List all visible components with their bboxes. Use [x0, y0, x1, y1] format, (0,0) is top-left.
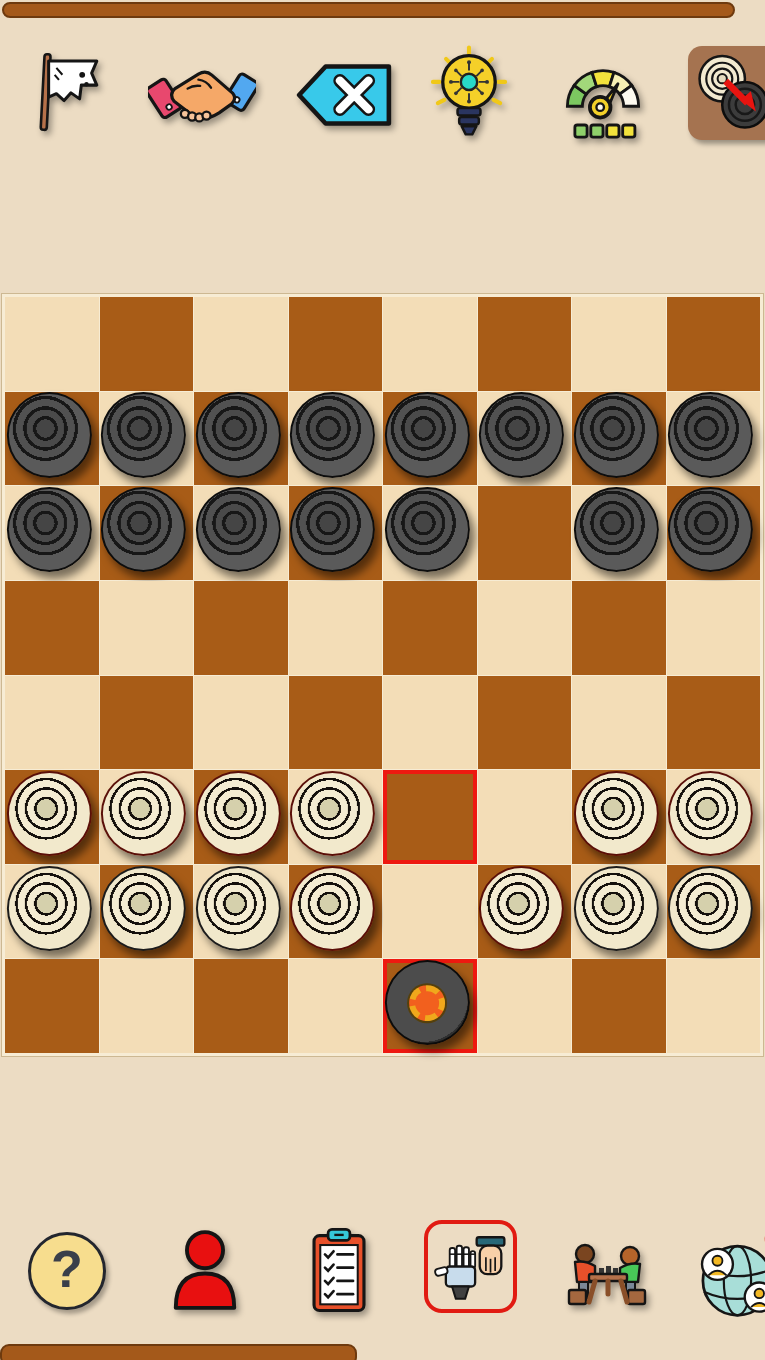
- square-r2c8[interactable]: [667, 392, 761, 486]
- square-r1c1[interactable]: [5, 297, 99, 391]
- robot-hand-vs-human-hand-icon: [428, 1224, 513, 1309]
- profile-button[interactable]: [162, 1226, 248, 1314]
- white-man[interactable]: [290, 771, 375, 856]
- square-r5c8[interactable]: [667, 676, 761, 770]
- square-r2c4[interactable]: [289, 392, 383, 486]
- local-two-player-button[interactable]: [556, 1232, 658, 1308]
- square-r8c5[interactable]: [383, 959, 477, 1053]
- white-man[interactable]: [7, 866, 92, 951]
- top-progress-bar: [2, 2, 735, 18]
- white-man[interactable]: [574, 771, 659, 856]
- square-r4c8[interactable]: [667, 581, 761, 675]
- handshake-icon: [148, 56, 256, 132]
- square-r4c7[interactable]: [572, 581, 666, 675]
- square-r8c6[interactable]: [478, 959, 572, 1053]
- square-r2c2[interactable]: [100, 392, 194, 486]
- square-r6c1[interactable]: [5, 770, 99, 864]
- black-man[interactable]: [101, 392, 186, 477]
- white-man[interactable]: [574, 866, 659, 951]
- app-screen: ?: [0, 0, 765, 1360]
- white-man[interactable]: [196, 866, 281, 951]
- white-man[interactable]: [290, 866, 375, 951]
- square-r1c2[interactable]: [100, 297, 194, 391]
- black-man[interactable]: [479, 392, 564, 477]
- person-icon: [162, 1226, 248, 1314]
- black-man[interactable]: [7, 392, 92, 477]
- square-r4c1[interactable]: [5, 581, 99, 675]
- square-r3c8[interactable]: [667, 486, 761, 580]
- square-r5c2[interactable]: [100, 676, 194, 770]
- square-r1c6[interactable]: [478, 297, 572, 391]
- black-man[interactable]: [196, 487, 281, 572]
- capture-mode-button[interactable]: [688, 46, 765, 140]
- white-man[interactable]: [668, 866, 753, 951]
- square-r7c1[interactable]: [5, 865, 99, 959]
- king-crown-marker: [409, 985, 445, 1021]
- square-r2c1[interactable]: [5, 392, 99, 486]
- black-man[interactable]: [668, 487, 753, 572]
- hint-button[interactable]: [428, 44, 510, 146]
- white-man[interactable]: [7, 771, 92, 856]
- black-man[interactable]: [385, 392, 470, 477]
- square-r7c5[interactable]: [383, 865, 477, 959]
- square-r4c2[interactable]: [100, 581, 194, 675]
- bottom-progress-bar: [0, 1344, 357, 1360]
- online-multiplayer-button[interactable]: [692, 1228, 765, 1328]
- square-r1c5[interactable]: [383, 297, 477, 391]
- square-r6c4[interactable]: [289, 770, 383, 864]
- square-r3c1[interactable]: [5, 486, 99, 580]
- question-mark-icon: ?: [28, 1232, 106, 1310]
- square-r5c1[interactable]: [5, 676, 99, 770]
- two-players-table-icon: [556, 1232, 658, 1308]
- black-man[interactable]: [196, 392, 281, 477]
- square-r4c6[interactable]: [478, 581, 572, 675]
- black-man[interactable]: [574, 487, 659, 572]
- square-r6c5[interactable]: [383, 770, 477, 864]
- square-r3c5[interactable]: [383, 486, 477, 580]
- square-r3c4[interactable]: [289, 486, 383, 580]
- square-r3c7[interactable]: [572, 486, 666, 580]
- resign-flag-button[interactable]: [28, 42, 114, 142]
- black-king[interactable]: [385, 960, 470, 1045]
- white-man[interactable]: [668, 771, 753, 856]
- square-r8c7[interactable]: [572, 959, 666, 1053]
- black-man[interactable]: [7, 487, 92, 572]
- square-r8c2[interactable]: [100, 959, 194, 1053]
- checkers-board: [2, 294, 763, 1056]
- square-r1c7[interactable]: [572, 297, 666, 391]
- undo-button[interactable]: [293, 60, 395, 130]
- checkers-capture-icon: [688, 46, 765, 140]
- black-man[interactable]: [290, 487, 375, 572]
- square-r6c7[interactable]: [572, 770, 666, 864]
- square-r3c3[interactable]: [194, 486, 288, 580]
- black-man[interactable]: [290, 392, 375, 477]
- square-r5c5[interactable]: [383, 676, 477, 770]
- board-grid: [5, 297, 760, 1053]
- white-man[interactable]: [196, 771, 281, 856]
- square-r7c2[interactable]: [100, 865, 194, 959]
- square-r1c3[interactable]: [194, 297, 288, 391]
- difficulty-gauge-button[interactable]: [552, 50, 654, 140]
- white-flag-icon: [28, 42, 114, 142]
- square-r2c7[interactable]: [572, 392, 666, 486]
- square-r8c3[interactable]: [194, 959, 288, 1053]
- square-r5c6[interactable]: [478, 676, 572, 770]
- vs-computer-button[interactable]: [424, 1220, 517, 1313]
- lightbulb-brain-icon: [428, 44, 510, 146]
- square-r2c3[interactable]: [194, 392, 288, 486]
- square-r8c1[interactable]: [5, 959, 99, 1053]
- square-r7c8[interactable]: [667, 865, 761, 959]
- backspace-x-icon: [293, 60, 395, 130]
- square-r2c6[interactable]: [478, 392, 572, 486]
- rules-button[interactable]: [300, 1224, 378, 1316]
- square-r5c7[interactable]: [572, 676, 666, 770]
- square-r7c3[interactable]: [194, 865, 288, 959]
- square-r4c5[interactable]: [383, 581, 477, 675]
- square-r4c4[interactable]: [289, 581, 383, 675]
- black-man[interactable]: [574, 392, 659, 477]
- square-r5c3[interactable]: [194, 676, 288, 770]
- square-r6c8[interactable]: [667, 770, 761, 864]
- square-r7c6[interactable]: [478, 865, 572, 959]
- square-r8c4[interactable]: [289, 959, 383, 1053]
- white-man[interactable]: [101, 771, 186, 856]
- square-r6c6[interactable]: [478, 770, 572, 864]
- square-r1c4[interactable]: [289, 297, 383, 391]
- square-r4c3[interactable]: [194, 581, 288, 675]
- square-r8c8[interactable]: [667, 959, 761, 1053]
- square-r5c4[interactable]: [289, 676, 383, 770]
- square-r6c3[interactable]: [194, 770, 288, 864]
- white-man[interactable]: [479, 866, 564, 951]
- checklist-clipboard-icon: [300, 1224, 378, 1316]
- gauge-icon: [552, 50, 654, 140]
- square-r1c8[interactable]: [667, 297, 761, 391]
- black-man[interactable]: [101, 487, 186, 572]
- square-r7c4[interactable]: [289, 865, 383, 959]
- help-button[interactable]: ?: [28, 1232, 106, 1310]
- square-r7c7[interactable]: [572, 865, 666, 959]
- square-r2c5[interactable]: [383, 392, 477, 486]
- white-man[interactable]: [101, 866, 186, 951]
- black-man[interactable]: [385, 487, 470, 572]
- globe-users-icon: [692, 1228, 765, 1328]
- square-r6c2[interactable]: [100, 770, 194, 864]
- black-man[interactable]: [668, 392, 753, 477]
- square-r3c6[interactable]: [478, 486, 572, 580]
- offer-draw-button[interactable]: [148, 56, 256, 132]
- square-r3c2[interactable]: [100, 486, 194, 580]
